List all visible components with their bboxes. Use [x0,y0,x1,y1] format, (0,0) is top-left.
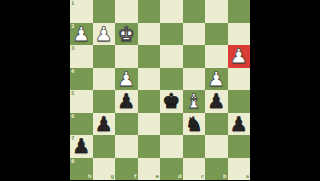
rank-label: 6 [71,114,74,119]
square-a6[interactable]: ♟ [228,113,251,136]
square-e7[interactable] [138,135,161,158]
square-f8[interactable]: f [115,158,138,181]
square-d3[interactable] [160,45,183,68]
square-d6[interactable] [160,113,183,136]
file-label: a [246,174,249,179]
black-pawn[interactable]: ♟ [115,90,138,113]
file-label: b [223,174,227,179]
square-h4[interactable]: 4 [70,68,93,91]
square-f2[interactable]: ♚ [115,23,138,46]
square-h1[interactable]: 1 [70,0,93,23]
square-d7[interactable] [160,135,183,158]
square-h5[interactable]: 5 [70,90,93,113]
square-a4[interactable] [228,68,251,91]
black-pawn[interactable]: ♟ [205,90,228,113]
white-pawn[interactable]: ♟ [93,23,116,46]
square-a2[interactable] [228,23,251,46]
black-pawn[interactable]: ♟ [93,113,116,136]
square-e4[interactable] [138,68,161,91]
square-c3[interactable] [183,45,206,68]
black-pawn[interactable]: ♟ [228,113,251,136]
square-b1[interactable] [205,0,228,23]
square-c7[interactable] [183,135,206,158]
black-pawn[interactable]: ♟ [70,135,93,158]
square-b3[interactable] [205,45,228,68]
square-c5[interactable]: ♝ [183,90,206,113]
square-f7[interactable] [115,135,138,158]
rank-label: 4 [71,69,74,74]
square-c6[interactable]: ♞ [183,113,206,136]
square-g1[interactable] [93,0,116,23]
file-label: c [201,174,204,179]
square-f3[interactable] [115,45,138,68]
square-e1[interactable] [138,0,161,23]
rank-label: 8 [71,159,74,164]
square-e5[interactable] [138,90,161,113]
black-knight[interactable]: ♞ [183,113,206,136]
square-g4[interactable] [93,68,116,91]
square-g5[interactable] [93,90,116,113]
square-b8[interactable]: b [205,158,228,181]
letterbox-right [250,0,320,180]
square-f6[interactable] [115,113,138,136]
white-pawn[interactable]: ♟ [228,45,251,68]
square-f4[interactable]: ♟ [115,68,138,91]
file-label: g [110,174,114,179]
square-d8[interactable]: d [160,158,183,181]
square-c8[interactable]: c [183,158,206,181]
square-c4[interactable] [183,68,206,91]
file-label: e [156,174,159,179]
square-c2[interactable] [183,23,206,46]
square-d1[interactable] [160,0,183,23]
square-a1[interactable] [228,0,251,23]
square-e3[interactable] [138,45,161,68]
square-b5[interactable]: ♟ [205,90,228,113]
square-h2[interactable]: 2♟ [70,23,93,46]
square-a5[interactable] [228,90,251,113]
square-d4[interactable] [160,68,183,91]
letterbox-left [0,0,70,180]
file-label: h [88,174,92,179]
rank-label: 3 [71,46,74,51]
chess-board: 12♟♟♚3♟4♟♟5♟♚♝♟6♟♞♟7♟8hgfedcba [70,0,250,180]
square-d5[interactable]: ♚ [160,90,183,113]
square-a8[interactable]: a [228,158,251,181]
square-g7[interactable] [93,135,116,158]
square-g8[interactable]: g [93,158,116,181]
square-b4[interactable]: ♟ [205,68,228,91]
square-f1[interactable] [115,0,138,23]
square-a7[interactable] [228,135,251,158]
white-bishop[interactable]: ♝ [183,90,206,113]
square-e2[interactable] [138,23,161,46]
square-h3[interactable]: 3 [70,45,93,68]
square-g6[interactable]: ♟ [93,113,116,136]
app-window: 12♟♟♚3♟4♟♟5♟♚♝♟6♟♞♟7♟8hgfedcba [0,0,320,180]
rank-label: 1 [71,1,74,6]
square-b6[interactable] [205,113,228,136]
white-pawn[interactable]: ♟ [115,68,138,91]
square-b2[interactable] [205,23,228,46]
square-a3[interactable]: ♟ [228,45,251,68]
square-h8[interactable]: 8h [70,158,93,181]
square-g3[interactable] [93,45,116,68]
square-e6[interactable] [138,113,161,136]
white-pawn[interactable]: ♟ [70,23,93,46]
square-h6[interactable]: 6 [70,113,93,136]
square-e8[interactable]: e [138,158,161,181]
square-b7[interactable] [205,135,228,158]
file-label: f [134,174,136,179]
square-f5[interactable]: ♟ [115,90,138,113]
square-c1[interactable] [183,0,206,23]
file-label: d [178,174,182,179]
square-h7[interactable]: 7♟ [70,135,93,158]
square-d2[interactable] [160,23,183,46]
rank-label: 5 [71,91,74,96]
square-g2[interactable]: ♟ [93,23,116,46]
white-pawn[interactable]: ♟ [205,68,228,91]
white-king[interactable]: ♚ [115,23,138,46]
black-king[interactable]: ♚ [160,90,183,113]
